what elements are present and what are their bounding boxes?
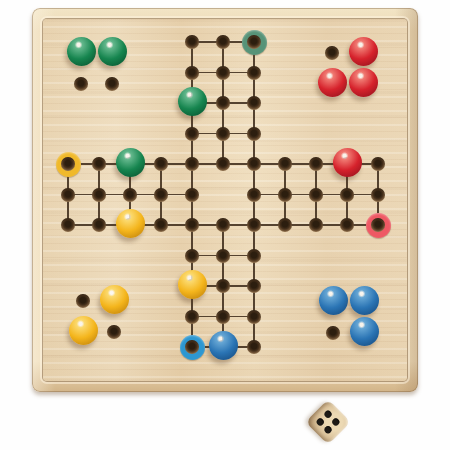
hole-r7c8[interactable] <box>278 218 292 232</box>
hole-r11c7[interactable] <box>247 340 261 354</box>
hole-r7c10[interactable] <box>340 218 354 232</box>
hole-r7c1[interactable] <box>61 218 75 232</box>
hole-r10c7[interactable] <box>247 310 261 324</box>
home-hole-green-BR[interactable] <box>105 77 119 91</box>
hole-r5c11[interactable] <box>371 157 385 171</box>
home-hole-yellow-BR[interactable] <box>107 325 121 339</box>
hole-r5c5[interactable] <box>185 157 199 171</box>
hole-r5c4[interactable] <box>154 157 168 171</box>
start-hole-yellow[interactable] <box>56 152 81 177</box>
peg-red[interactable] <box>349 68 378 97</box>
peg-red[interactable] <box>349 37 378 66</box>
peg-green[interactable] <box>67 37 96 66</box>
hole-r5c2[interactable] <box>92 157 106 171</box>
hole-r10c5[interactable] <box>185 310 199 324</box>
peg-blue[interactable] <box>319 286 348 315</box>
board-overlay <box>0 0 450 450</box>
hole-r2c6[interactable] <box>216 66 230 80</box>
peg-blue[interactable] <box>350 317 379 346</box>
peg-green[interactable] <box>178 87 207 116</box>
peg-red[interactable] <box>333 148 362 177</box>
hole-r5c8[interactable] <box>278 157 292 171</box>
hole-r8c5[interactable] <box>185 249 199 263</box>
peg-yellow[interactable] <box>69 316 98 345</box>
hole-r7c4[interactable] <box>154 218 168 232</box>
hole-r6c8[interactable] <box>278 188 292 202</box>
die-pip <box>323 425 333 435</box>
hole-r6c3[interactable] <box>123 188 137 202</box>
die-pip <box>315 417 325 427</box>
hole-r1c6[interactable] <box>216 35 230 49</box>
hole-r7c11[interactable] <box>371 218 385 232</box>
hole-r5c9[interactable] <box>309 157 323 171</box>
start-hole-red[interactable] <box>366 213 391 238</box>
hole-r6c9[interactable] <box>309 188 323 202</box>
hole-r6c5[interactable] <box>185 188 199 202</box>
hole-r7c2[interactable] <box>92 218 106 232</box>
hole-r1c7[interactable] <box>247 35 261 49</box>
hole-r6c11[interactable] <box>371 188 385 202</box>
hole-r6c7[interactable] <box>247 188 261 202</box>
hole-r4c5[interactable] <box>185 127 199 141</box>
peg-blue[interactable] <box>350 286 379 315</box>
peg-red[interactable] <box>318 68 347 97</box>
hole-r1c5[interactable] <box>185 35 199 49</box>
hole-r8c7[interactable] <box>247 249 261 263</box>
hole-r3c6[interactable] <box>216 96 230 110</box>
peg-green[interactable] <box>116 148 145 177</box>
hole-r7c6[interactable] <box>216 218 230 232</box>
peg-green[interactable] <box>98 37 127 66</box>
home-hole-green-BL[interactable] <box>74 77 88 91</box>
die-pip <box>323 409 333 419</box>
start-hole-blue[interactable] <box>180 335 205 360</box>
hole-r9c6[interactable] <box>216 279 230 293</box>
hole-r10c6[interactable] <box>216 310 230 324</box>
hole-r7c5[interactable] <box>185 218 199 232</box>
hole-r9c7[interactable] <box>247 279 261 293</box>
hole-r7c7[interactable] <box>247 218 261 232</box>
hole-r8c6[interactable] <box>216 249 230 263</box>
photo-canvas <box>0 0 450 450</box>
hole-r2c5[interactable] <box>185 66 199 80</box>
hole-r5c7[interactable] <box>247 157 261 171</box>
peg-yellow[interactable] <box>116 209 145 238</box>
start-hole-green[interactable] <box>242 30 267 55</box>
hole-r4c6[interactable] <box>216 127 230 141</box>
peg-blue[interactable] <box>209 331 238 360</box>
hole-r5c6[interactable] <box>216 157 230 171</box>
hole-r7c9[interactable] <box>309 218 323 232</box>
peg-yellow[interactable] <box>100 285 129 314</box>
hole-r11c5[interactable] <box>185 340 199 354</box>
hole-r6c1[interactable] <box>61 188 75 202</box>
peg-yellow[interactable] <box>178 270 207 299</box>
die-pip <box>331 417 341 427</box>
hole-r4c7[interactable] <box>247 127 261 141</box>
hole-r3c7[interactable] <box>247 96 261 110</box>
hole-r5c1[interactable] <box>61 157 75 171</box>
home-hole-blue-BL[interactable] <box>326 326 340 340</box>
hole-r6c10[interactable] <box>340 188 354 202</box>
hole-r2c7[interactable] <box>247 66 261 80</box>
hole-r6c4[interactable] <box>154 188 168 202</box>
home-hole-red-TL[interactable] <box>325 46 339 60</box>
home-hole-yellow-TL[interactable] <box>76 294 90 308</box>
die[interactable] <box>305 399 350 444</box>
hole-r6c2[interactable] <box>92 188 106 202</box>
